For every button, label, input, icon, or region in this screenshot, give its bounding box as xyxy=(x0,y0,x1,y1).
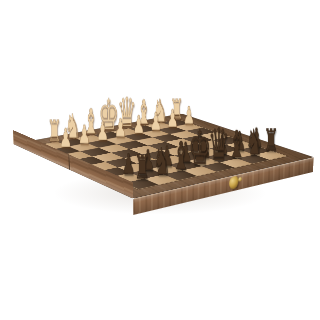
piece-black-rook: ♜ xyxy=(134,150,150,183)
piece-black-knight: ♞ xyxy=(245,124,262,159)
piece-black-rook: ♜ xyxy=(263,125,278,155)
piece-black-pawn: ♟ xyxy=(121,149,135,177)
chess-board: ♜♞♝♚♛♝♞♜♟♟♟♟♟♟♟♟♟♟♟♟♟♟♟♟♜♞♝♚♛♝♞♜ xyxy=(13,113,313,198)
piece-white-pawn: ♟ xyxy=(132,112,144,137)
product-photo: Product photo on a white background: an … xyxy=(0,0,320,320)
scene: ♜♞♝♚♛♝♞♜♟♟♟♟♟♟♟♟♟♟♟♟♟♟♟♟♜♞♝♚♛♝♞♜ xyxy=(0,0,320,320)
piece-white-pawn: ♟ xyxy=(149,109,161,134)
fold-seam-icon xyxy=(68,153,69,169)
piece-white-pawn: ♟ xyxy=(96,118,109,143)
piece-white-pawn: ♟ xyxy=(59,124,72,150)
clasp-knob-icon xyxy=(237,176,240,181)
piece-white-pawn: ♟ xyxy=(78,121,91,147)
brass-clasp-icon xyxy=(228,175,237,189)
piece-white-pawn: ♟ xyxy=(166,106,178,130)
piece-black-king: ♚ xyxy=(188,124,211,171)
piece-black-knight: ♞ xyxy=(152,142,170,179)
piece-black-bishop: ♝ xyxy=(171,136,190,175)
piece-white-pawn: ♟ xyxy=(114,115,126,140)
